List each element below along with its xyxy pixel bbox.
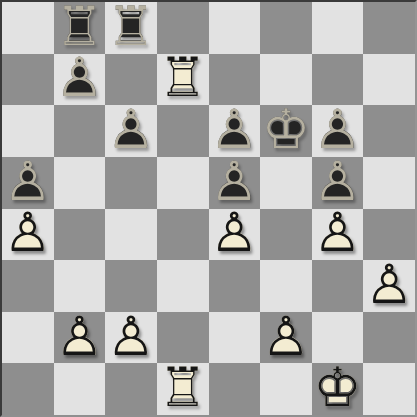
chess-board: ♜︎♖︎♜︎♖︎♟︎♙︎♜︎♖︎♟︎♙︎♟︎♙︎♚︎♔︎♟︎♙︎♟︎♙︎♟︎♙︎… bbox=[0, 0, 417, 417]
square-d4[interactable] bbox=[157, 209, 209, 261]
black-pawn-icon: ♟︎♙︎ bbox=[54, 54, 106, 106]
white-rook-icon: ♜︎♖︎ bbox=[157, 54, 209, 106]
piece-fill-layer: ♜︎ bbox=[105, 1, 157, 53]
piece-outline-layer: ♙︎ bbox=[312, 156, 364, 208]
square-h1[interactable] bbox=[363, 363, 415, 415]
square-e7[interactable] bbox=[209, 54, 261, 106]
black-pawn-icon: ♟︎♙︎ bbox=[209, 105, 261, 157]
square-g3[interactable] bbox=[312, 260, 364, 312]
square-h2[interactable] bbox=[363, 312, 415, 364]
piece-fill-layer: ♟︎ bbox=[209, 156, 261, 208]
square-d3[interactable] bbox=[157, 260, 209, 312]
square-e5[interactable]: ♟︎♙︎ bbox=[209, 157, 261, 209]
square-e3[interactable] bbox=[209, 260, 261, 312]
square-a8[interactable] bbox=[2, 2, 54, 54]
square-d5[interactable] bbox=[157, 157, 209, 209]
chess-board-grid: ♜︎♖︎♜︎♖︎♟︎♙︎♜︎♖︎♟︎♙︎♟︎♙︎♚︎♔︎♟︎♙︎♟︎♙︎♟︎♙︎… bbox=[2, 2, 415, 415]
square-a7[interactable] bbox=[2, 54, 54, 106]
white-pawn-icon: ♟︎♙︎ bbox=[2, 209, 54, 261]
square-f1[interactable] bbox=[260, 363, 312, 415]
black-rook-icon: ♜︎♖︎ bbox=[54, 2, 106, 54]
white-rook-icon: ♜︎♖︎ bbox=[157, 363, 209, 415]
square-f4[interactable] bbox=[260, 209, 312, 261]
square-f2[interactable]: ♟︎♙︎ bbox=[260, 312, 312, 364]
piece-outline-layer: ♔︎ bbox=[312, 362, 364, 414]
black-pawn-icon: ♟︎♙︎ bbox=[209, 157, 261, 209]
square-a3[interactable] bbox=[2, 260, 54, 312]
piece-outline-layer: ♖︎ bbox=[54, 1, 106, 53]
piece-fill-layer: ♟︎ bbox=[2, 208, 54, 260]
square-c1[interactable] bbox=[105, 363, 157, 415]
white-pawn-icon: ♟︎♙︎ bbox=[312, 209, 364, 261]
square-c2[interactable]: ♟︎♙︎ bbox=[105, 312, 157, 364]
square-h5[interactable] bbox=[363, 157, 415, 209]
piece-fill-layer: ♟︎ bbox=[54, 53, 106, 105]
square-b7[interactable]: ♟︎♙︎ bbox=[54, 54, 106, 106]
piece-fill-layer: ♟︎ bbox=[2, 156, 54, 208]
square-d2[interactable] bbox=[157, 312, 209, 364]
piece-outline-layer: ♙︎ bbox=[2, 208, 54, 260]
square-d1[interactable]: ♜︎♖︎ bbox=[157, 363, 209, 415]
piece-outline-layer: ♙︎ bbox=[260, 311, 312, 363]
white-king-icon: ♚︎♔︎ bbox=[312, 363, 364, 415]
square-e2[interactable] bbox=[209, 312, 261, 364]
piece-fill-layer: ♟︎ bbox=[105, 311, 157, 363]
white-pawn-icon: ♟︎♙︎ bbox=[209, 209, 261, 261]
square-e4[interactable]: ♟︎♙︎ bbox=[209, 209, 261, 261]
square-c8[interactable]: ♜︎♖︎ bbox=[105, 2, 157, 54]
square-c6[interactable]: ♟︎♙︎ bbox=[105, 105, 157, 157]
square-c3[interactable] bbox=[105, 260, 157, 312]
piece-fill-layer: ♜︎ bbox=[157, 362, 209, 414]
piece-outline-layer: ♔︎ bbox=[260, 104, 312, 156]
piece-fill-layer: ♟︎ bbox=[105, 104, 157, 156]
square-f6[interactable]: ♚︎♔︎ bbox=[260, 105, 312, 157]
piece-outline-layer: ♙︎ bbox=[54, 311, 106, 363]
piece-fill-layer: ♚︎ bbox=[260, 104, 312, 156]
square-e6[interactable]: ♟︎♙︎ bbox=[209, 105, 261, 157]
square-h6[interactable] bbox=[363, 105, 415, 157]
square-f3[interactable] bbox=[260, 260, 312, 312]
piece-outline-layer: ♙︎ bbox=[312, 104, 364, 156]
piece-fill-layer: ♜︎ bbox=[54, 1, 106, 53]
square-a6[interactable] bbox=[2, 105, 54, 157]
square-g5[interactable]: ♟︎♙︎ bbox=[312, 157, 364, 209]
piece-outline-layer: ♖︎ bbox=[157, 362, 209, 414]
piece-outline-layer: ♙︎ bbox=[54, 53, 106, 105]
piece-outline-layer: ♙︎ bbox=[2, 156, 54, 208]
black-pawn-icon: ♟︎♙︎ bbox=[2, 157, 54, 209]
square-a1[interactable] bbox=[2, 363, 54, 415]
square-d6[interactable] bbox=[157, 105, 209, 157]
piece-fill-layer: ♟︎ bbox=[363, 259, 415, 311]
piece-fill-layer: ♚︎ bbox=[312, 362, 364, 414]
black-pawn-icon: ♟︎♙︎ bbox=[312, 157, 364, 209]
square-g6[interactable]: ♟︎♙︎ bbox=[312, 105, 364, 157]
piece-fill-layer: ♜︎ bbox=[157, 53, 209, 105]
piece-fill-layer: ♟︎ bbox=[312, 156, 364, 208]
square-f8[interactable] bbox=[260, 2, 312, 54]
square-b8[interactable]: ♜︎♖︎ bbox=[54, 2, 106, 54]
square-c5[interactable] bbox=[105, 157, 157, 209]
square-h4[interactable] bbox=[363, 209, 415, 261]
square-f7[interactable] bbox=[260, 54, 312, 106]
square-h8[interactable] bbox=[363, 2, 415, 54]
square-g4[interactable]: ♟︎♙︎ bbox=[312, 209, 364, 261]
square-g1[interactable]: ♚︎♔︎ bbox=[312, 363, 364, 415]
piece-outline-layer: ♙︎ bbox=[105, 311, 157, 363]
square-a2[interactable] bbox=[2, 312, 54, 364]
piece-outline-layer: ♖︎ bbox=[105, 1, 157, 53]
square-b1[interactable] bbox=[54, 363, 106, 415]
square-b5[interactable] bbox=[54, 157, 106, 209]
piece-fill-layer: ♟︎ bbox=[209, 104, 261, 156]
black-pawn-icon: ♟︎♙︎ bbox=[312, 105, 364, 157]
square-c4[interactable] bbox=[105, 209, 157, 261]
black-rook-icon: ♜︎♖︎ bbox=[105, 2, 157, 54]
piece-outline-layer: ♙︎ bbox=[363, 259, 415, 311]
piece-outline-layer: ♖︎ bbox=[157, 53, 209, 105]
square-a4[interactable]: ♟︎♙︎ bbox=[2, 209, 54, 261]
piece-outline-layer: ♙︎ bbox=[312, 208, 364, 260]
piece-outline-layer: ♙︎ bbox=[209, 104, 261, 156]
square-g7[interactable] bbox=[312, 54, 364, 106]
white-pawn-icon: ♟︎♙︎ bbox=[260, 312, 312, 364]
square-g8[interactable] bbox=[312, 2, 364, 54]
square-d7[interactable]: ♜︎♖︎ bbox=[157, 54, 209, 106]
square-a5[interactable]: ♟︎♙︎ bbox=[2, 157, 54, 209]
square-h7[interactable] bbox=[363, 54, 415, 106]
piece-fill-layer: ♟︎ bbox=[209, 208, 261, 260]
square-b4[interactable] bbox=[54, 209, 106, 261]
square-c7[interactable] bbox=[105, 54, 157, 106]
square-e8[interactable] bbox=[209, 2, 261, 54]
square-h3[interactable]: ♟︎♙︎ bbox=[363, 260, 415, 312]
square-b6[interactable] bbox=[54, 105, 106, 157]
piece-fill-layer: ♟︎ bbox=[260, 311, 312, 363]
white-pawn-icon: ♟︎♙︎ bbox=[105, 312, 157, 364]
square-d8[interactable] bbox=[157, 2, 209, 54]
piece-outline-layer: ♙︎ bbox=[209, 208, 261, 260]
piece-outline-layer: ♙︎ bbox=[209, 156, 261, 208]
square-e1[interactable] bbox=[209, 363, 261, 415]
square-f5[interactable] bbox=[260, 157, 312, 209]
square-b2[interactable]: ♟︎♙︎ bbox=[54, 312, 106, 364]
piece-fill-layer: ♟︎ bbox=[312, 208, 364, 260]
square-b3[interactable] bbox=[54, 260, 106, 312]
black-pawn-icon: ♟︎♙︎ bbox=[105, 105, 157, 157]
piece-fill-layer: ♟︎ bbox=[312, 104, 364, 156]
piece-outline-layer: ♙︎ bbox=[105, 104, 157, 156]
white-pawn-icon: ♟︎♙︎ bbox=[54, 312, 106, 364]
square-g2[interactable] bbox=[312, 312, 364, 364]
white-pawn-icon: ♟︎♙︎ bbox=[363, 260, 415, 312]
piece-fill-layer: ♟︎ bbox=[54, 311, 106, 363]
black-king-icon: ♚︎♔︎ bbox=[260, 105, 312, 157]
